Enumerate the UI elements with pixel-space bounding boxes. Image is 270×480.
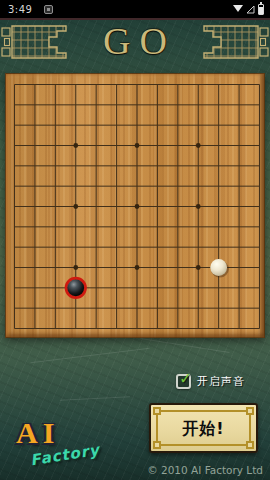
star-point bbox=[73, 265, 78, 270]
notification-icon bbox=[44, 5, 53, 14]
stone-white-L4 bbox=[210, 259, 227, 276]
sound-option-row: ✓ 开启声音 bbox=[176, 374, 245, 389]
wifi-icon bbox=[233, 5, 243, 13]
star-point bbox=[196, 204, 201, 209]
board-grid bbox=[6, 74, 266, 339]
star-point bbox=[73, 204, 78, 209]
start-button-label: 开始! bbox=[151, 419, 256, 440]
app-screen: 3:49 bbox=[0, 0, 270, 480]
status-icons bbox=[233, 4, 264, 15]
signal-icon bbox=[246, 5, 255, 14]
star-point bbox=[73, 143, 78, 148]
sound-label[interactable]: 开启声音 bbox=[197, 374, 245, 389]
star-point bbox=[196, 143, 201, 148]
battery-icon bbox=[258, 4, 264, 15]
star-point bbox=[135, 204, 140, 209]
sound-checkbox[interactable]: ✓ bbox=[176, 374, 191, 389]
app-title: GO bbox=[0, 20, 270, 62]
logo-ai: AI bbox=[16, 416, 59, 450]
star-point bbox=[196, 265, 201, 270]
frame-corner bbox=[246, 407, 254, 415]
start-button[interactable]: 开始! bbox=[149, 403, 258, 453]
status-bar: 3:49 bbox=[0, 0, 270, 18]
stone-black-D3 bbox=[67, 279, 84, 296]
frame-corner bbox=[153, 407, 161, 415]
header: GO bbox=[0, 18, 270, 64]
copyright-text: © 2010 AI Factory Ltd bbox=[147, 464, 263, 476]
go-board[interactable] bbox=[5, 73, 265, 338]
frame-corner bbox=[246, 441, 254, 449]
star-point bbox=[135, 265, 140, 270]
frame-corner bbox=[153, 441, 161, 449]
clock: 3:49 bbox=[8, 4, 32, 15]
checkmark-icon: ✓ bbox=[179, 371, 192, 387]
star-point bbox=[135, 143, 140, 148]
